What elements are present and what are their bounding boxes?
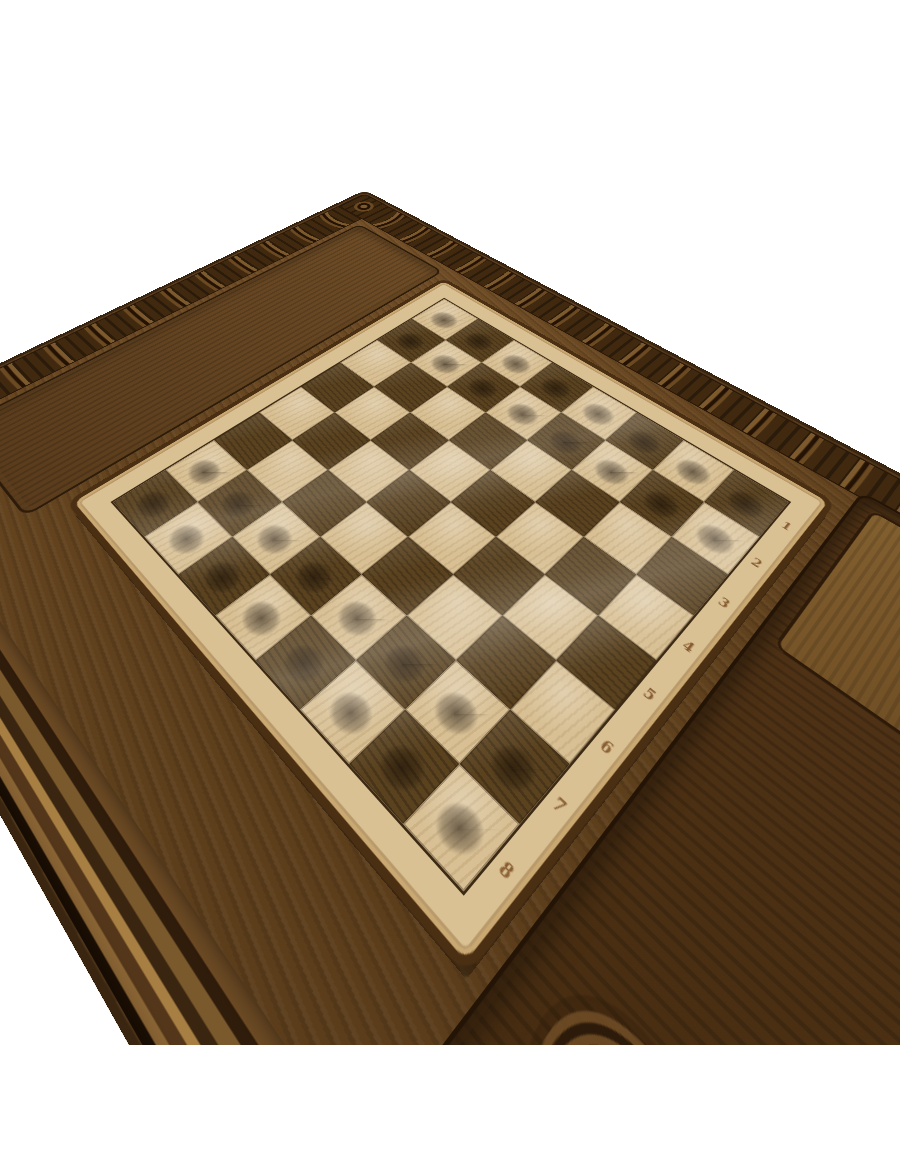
carved-wooden-table: ♜♞♝♚♛♝♞♜♟♟♟♟♟♟♟♟♟♟♟♟♟♟♟♟♜♞♝♛♚♝♞♜ 1234567…	[0, 190, 900, 1045]
backgammon-tray-panel	[773, 510, 900, 836]
piece-black-pawn-h7[interactable]: ♟	[675, 463, 751, 547]
square-f5[interactable]	[496, 502, 584, 574]
square-f6[interactable]	[535, 470, 619, 537]
dark-finial	[293, 501, 309, 524]
carved-leaf-motif	[490, 979, 814, 1045]
square-h1[interactable]: ♜	[403, 764, 519, 891]
light-finial	[548, 270, 560, 287]
photo-backdrop: ♜♞♝♚♛♝♞♜♟♟♟♟♟♟♟♟♟♟♟♟♟♟♟♟♜♞♝♛♚♝♞♜ 1234567…	[0, 190, 900, 1045]
square-g5[interactable]	[545, 537, 637, 616]
rank-label-5: 5	[617, 662, 680, 730]
piece-white-rook-h1[interactable]: ♜	[400, 712, 515, 840]
perspective-scene: ♜♞♝♚♛♝♞♜♟♟♟♟♟♟♟♟♟♟♟♟♟♟♟♟♜♞♝♛♚♝♞♜ 1234567…	[0, 190, 900, 1045]
square-h7[interactable]: ♟	[672, 502, 760, 574]
light-finial	[591, 308, 601, 318]
chess-table-product-photo: ♜♞♝♚♛♝♞♜♟♟♟♟♟♟♟♟♟♟♟♟♟♟♟♟♜♞♝♛♚♝♞♜ 1234567…	[0, 0, 900, 1174]
rank-label-2: 2	[730, 538, 782, 590]
square-f4[interactable]	[453, 537, 545, 616]
rank-label-3: 3	[696, 576, 751, 633]
